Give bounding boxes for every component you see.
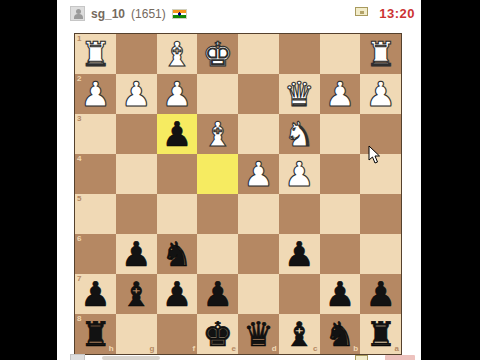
rank-label-2: 2 [77,75,81,83]
opponent-clock: 13:20 [379,6,415,21]
square-c2[interactable]: ♛ [279,74,320,114]
black-bishop[interactable]: ♝ [116,274,157,314]
white-bishop[interactable]: ♝ [197,114,238,154]
square-c7[interactable] [279,274,320,314]
white-rook[interactable]: ♜ [360,34,401,74]
square-h7[interactable]: 7♟ [75,274,116,314]
square-b8[interactable]: b♞ [320,314,361,354]
square-a6[interactable] [360,234,401,274]
square-e3[interactable]: ♝ [197,114,238,154]
square-a5[interactable] [360,194,401,234]
square-a4[interactable] [360,154,401,194]
square-c4[interactable]: ♟ [279,154,320,194]
square-b2[interactable]: ♟ [320,74,361,114]
square-f8[interactable]: f [157,314,198,354]
rank-label-1: 1 [77,35,81,43]
square-b5[interactable] [320,194,361,234]
white-pawn[interactable]: ♟ [279,154,320,194]
square-g6[interactable]: ♟ [116,234,157,274]
square-h8[interactable]: 8h♜ [75,314,116,354]
square-g8[interactable]: g [116,314,157,354]
square-e2[interactable] [197,74,238,114]
square-g5[interactable] [116,194,157,234]
opponent-name[interactable]: sg_10 [91,7,125,21]
black-pawn[interactable]: ♟ [279,234,320,274]
square-a3[interactable] [360,114,401,154]
player-name [102,356,160,360]
black-pawn[interactable]: ♟ [320,274,361,314]
opponent-avatar-icon [70,6,85,21]
square-d8[interactable]: d♛ [238,314,279,354]
square-d5[interactable] [238,194,279,234]
square-f5[interactable] [157,194,198,234]
square-a7[interactable]: ♟ [360,274,401,314]
white-bishop[interactable]: ♝ [157,34,198,74]
white-pawn[interactable]: ♟ [238,154,279,194]
rank-label-8: 8 [77,315,81,323]
white-rook[interactable]: ♜ [75,34,116,74]
white-pawn[interactable]: ♟ [116,74,157,114]
square-a2[interactable]: ♟ [360,74,401,114]
square-b3[interactable] [320,114,361,154]
rank-label-3: 3 [77,115,81,123]
black-pawn[interactable]: ♟ [157,114,198,154]
square-h3[interactable]: 3 [75,114,116,154]
message-icon[interactable] [355,7,368,16]
square-h2[interactable]: 2♟ [75,74,116,114]
black-knight[interactable]: ♞ [157,234,198,274]
white-pawn[interactable]: ♟ [320,74,361,114]
square-e1[interactable]: ♚ [197,34,238,74]
square-e5[interactable] [197,194,238,234]
square-f3[interactable]: ♟ [157,114,198,154]
square-g2[interactable]: ♟ [116,74,157,114]
square-d7[interactable] [238,274,279,314]
square-c1[interactable] [279,34,320,74]
black-rook[interactable]: ♜ [360,314,401,354]
square-e6[interactable] [197,234,238,274]
letterbox-left [0,0,57,360]
player-avatar-icon [70,354,85,360]
player-bar-bottom [57,352,421,360]
black-pawn[interactable]: ♟ [157,274,198,314]
black-knight[interactable]: ♞ [320,314,361,354]
india-flag-icon [172,9,187,19]
square-e8[interactable]: e♚ [197,314,238,354]
rank-label-4: 4 [77,155,81,163]
square-h4[interactable]: 4 [75,154,116,194]
square-d1[interactable] [238,34,279,74]
square-d4[interactable]: ♟ [238,154,279,194]
square-f6[interactable]: ♞ [157,234,198,274]
rank-label-7: 7 [77,275,81,283]
square-f7[interactable]: ♟ [157,274,198,314]
square-b1[interactable] [320,34,361,74]
white-pawn[interactable]: ♟ [360,74,401,114]
square-h1[interactable]: 1♜ [75,34,116,74]
black-king[interactable]: ♚ [197,314,238,354]
square-c5[interactable] [279,194,320,234]
square-g1[interactable] [116,34,157,74]
rank-label-6: 6 [77,235,81,243]
black-pawn[interactable]: ♟ [75,274,116,314]
square-d2[interactable] [238,74,279,114]
square-g7[interactable]: ♝ [116,274,157,314]
opponent-bar: sg_10 (1651) [70,5,187,22]
square-e7[interactable]: ♟ [197,274,238,314]
white-queen[interactable]: ♛ [279,74,320,114]
black-bishop[interactable]: ♝ [279,314,320,354]
black-pawn[interactable]: ♟ [116,234,157,274]
message-icon-bottom [355,355,368,360]
square-h5[interactable]: 5 [75,194,116,234]
rank-label-5: 5 [77,195,81,203]
opponent-rating: (1651) [131,7,166,21]
square-g3[interactable] [116,114,157,154]
white-knight[interactable]: ♞ [279,114,320,154]
white-king[interactable]: ♚ [197,34,238,74]
black-pawn[interactable]: ♟ [197,274,238,314]
square-c3[interactable]: ♞ [279,114,320,154]
white-pawn[interactable]: ♟ [75,74,116,114]
square-h6[interactable]: 6 [75,234,116,274]
black-rook[interactable]: ♜ [75,314,116,354]
square-c6[interactable]: ♟ [279,234,320,274]
square-b6[interactable] [320,234,361,274]
game-panel: sg_10 (1651) 13:20 1♜♝♚♜2♟♟♟♛♟♟3♟♝♞4♟♟56… [57,0,421,360]
square-a1[interactable]: ♜ [360,34,401,74]
white-pawn[interactable]: ♟ [157,74,198,114]
square-f2[interactable]: ♟ [157,74,198,114]
square-d3[interactable] [238,114,279,154]
square-b4[interactable] [320,154,361,194]
square-c8[interactable]: c♝ [279,314,320,354]
chess-board[interactable]: 1♜♝♚♜2♟♟♟♛♟♟3♟♝♞4♟♟56♟♞♟7♟♝♟♟♟♟8h♜gfe♚d♛… [74,33,402,355]
square-g4[interactable] [116,154,157,194]
player-clock [385,355,415,360]
letterbox-right [421,0,480,360]
square-e4[interactable] [197,154,238,194]
square-f4[interactable] [157,154,198,194]
square-f1[interactable]: ♝ [157,34,198,74]
square-a8[interactable]: a♜ [360,314,401,354]
black-queen[interactable]: ♛ [238,314,279,354]
black-pawn[interactable]: ♟ [360,274,401,314]
square-b7[interactable]: ♟ [320,274,361,314]
square-d6[interactable] [238,234,279,274]
